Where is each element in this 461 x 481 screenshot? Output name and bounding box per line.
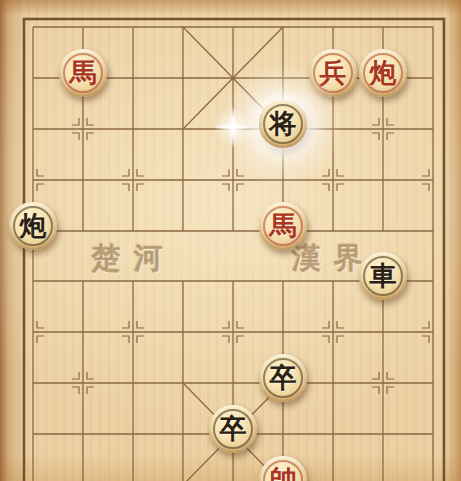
piece-glyph: 馬	[259, 202, 307, 250]
river-label-chu-he: 楚河	[92, 240, 176, 276]
piece-glyph: 将	[259, 100, 307, 148]
piece-glyph: 炮	[359, 49, 407, 97]
piece-glyph: 卒	[209, 405, 257, 453]
black-pawn-1-piece[interactable]: 卒	[259, 354, 307, 402]
black-chariot-1-piece[interactable]: 車	[359, 252, 407, 300]
piece-glyph: 馬	[59, 49, 107, 97]
piece-glyph: 帥	[259, 456, 307, 481]
red-cannon-1-piece[interactable]: 炮	[359, 49, 407, 97]
piece-glyph: 卒	[259, 354, 307, 402]
piece-glyph: 車	[359, 252, 407, 300]
red-horse-1-piece[interactable]: 馬	[59, 49, 107, 97]
black-cannon-1-piece[interactable]: 炮	[9, 202, 57, 250]
black-pawn-2-piece[interactable]: 卒	[209, 405, 257, 453]
red-horse-2-piece[interactable]: 馬	[259, 202, 307, 250]
red-pawn-1-piece[interactable]: 兵	[309, 49, 357, 97]
xiangqi-board[interactable]: 楚河 漢界 馬兵炮将炮馬車卒卒帥	[0, 0, 461, 481]
piece-glyph: 兵	[309, 49, 357, 97]
black-general-piece[interactable]: 将	[259, 100, 307, 148]
piece-glyph: 炮	[9, 202, 57, 250]
red-general-piece[interactable]: 帥	[259, 456, 307, 481]
